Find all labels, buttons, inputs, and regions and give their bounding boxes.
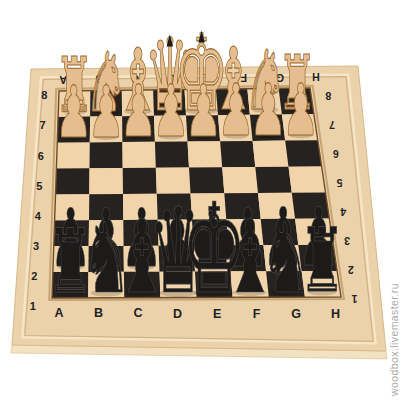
piece-white-pawn-f7: ♟: [217, 69, 254, 152]
piece-white-pawn-d7: ♟: [152, 70, 189, 153]
piece-white-pawn-g7: ♟: [250, 69, 287, 152]
rank-label-left-2: 2: [31, 270, 37, 282]
rank-label-left-5: 5: [36, 180, 42, 192]
rank-label-left-7: 7: [40, 119, 46, 131]
piece-black-rook-h1: ♜: [299, 209, 345, 312]
piece-white-pawn-b7: ♟: [87, 71, 124, 154]
piece-white-pawn-c7: ♟: [120, 70, 157, 153]
rank-label-left-4: 4: [35, 210, 42, 222]
rank-label-right-1: 1: [352, 293, 358, 305]
rank-label-right-6: 6: [333, 148, 339, 160]
rank-label-right-5: 5: [337, 177, 343, 189]
rank-label-right-2: 2: [348, 264, 354, 276]
square-a5: [56, 168, 90, 194]
product-photo: 8877665544332211AABBCCDDEEFFGGHH♜♞♝♛♚♝♞♜…: [0, 0, 400, 400]
rank-label-left-3: 3: [33, 240, 39, 252]
rank-label-left-1: 1: [30, 300, 36, 312]
square-h5: [289, 166, 326, 192]
chess-board: 8877665544332211AABBCCDDEEFFGGHH♜♞♝♛♚♝♞♜…: [0, 0, 400, 400]
rank-label-left-8: 8: [41, 89, 47, 101]
rank-label-right-7: 7: [329, 119, 335, 131]
rank-label-right-8: 8: [325, 90, 331, 102]
piece-white-pawn-h7: ♟: [282, 69, 319, 152]
piece-white-pawn-e7: ♟: [185, 70, 222, 153]
piece-white-pawn-a7: ♟: [55, 71, 92, 154]
watermark: woodbox.livemaster.ru: [388, 283, 400, 396]
square-g5: [255, 167, 291, 193]
rank-label-left-6: 6: [38, 150, 44, 162]
square-b5: [89, 168, 123, 194]
